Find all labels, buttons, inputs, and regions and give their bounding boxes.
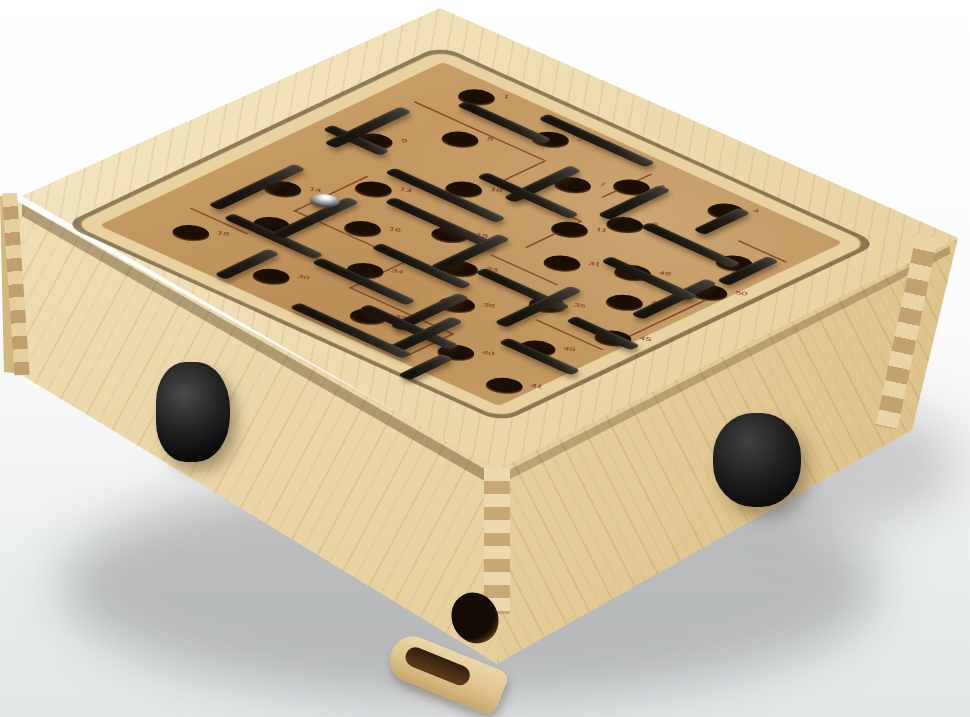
front-tilt-knob[interactable] xyxy=(156,362,230,462)
maze-hole-18 xyxy=(165,222,217,246)
right-tilt-knob[interactable] xyxy=(713,413,801,507)
hole-number-35: 35 xyxy=(572,302,586,309)
hole-number-38: 38 xyxy=(296,274,310,281)
hole-number-40: 40 xyxy=(481,350,495,357)
finger-joints-front-right-corner xyxy=(484,468,510,614)
maze-wall xyxy=(600,256,698,300)
maze-hole-41 xyxy=(478,374,530,398)
hole-number-31: 31 xyxy=(587,261,601,268)
maze-hole-31 xyxy=(536,252,588,276)
maze-hole-16 xyxy=(337,218,389,242)
maze-hole-38 xyxy=(245,265,297,289)
hole-number-8: 8 xyxy=(486,136,494,142)
hole-number-16: 16 xyxy=(388,226,402,233)
hole-number-18: 18 xyxy=(216,230,230,237)
hole-number-4: 4 xyxy=(752,208,760,214)
hole-number-36: 36 xyxy=(482,302,496,309)
hole-number-34: 34 xyxy=(390,268,404,275)
hole-number-13: 13 xyxy=(399,187,413,194)
hole-number-14: 14 xyxy=(308,187,322,194)
labyrinth-game-photo: 1234876591011495013153148141633354517343… xyxy=(0,0,970,717)
hole-number-7: 7 xyxy=(599,182,607,188)
maze-hole-11 xyxy=(544,218,596,242)
hole-number-49: 49 xyxy=(658,270,672,277)
hole-number-46: 46 xyxy=(562,346,576,353)
maze-wall xyxy=(640,222,742,268)
hole-number-1: 1 xyxy=(502,94,510,100)
hole-number-9: 9 xyxy=(400,138,408,144)
hole-number-41: 41 xyxy=(530,383,544,390)
hole-number-11: 11 xyxy=(595,227,608,233)
